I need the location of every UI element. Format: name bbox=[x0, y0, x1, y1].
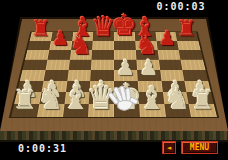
square-h6[interactable] bbox=[179, 50, 203, 60]
piece-red-p-g7[interactable]: ♟ bbox=[159, 29, 177, 49]
piece-red-r-h8[interactable]: ♜ bbox=[177, 18, 197, 40]
piece-cream-r-a1[interactable]: ♜ bbox=[13, 87, 37, 114]
hand-cursor bbox=[107, 82, 139, 114]
menu-button[interactable]: MENU bbox=[181, 141, 218, 154]
square-h7[interactable] bbox=[177, 41, 200, 50]
square-d6[interactable] bbox=[92, 50, 114, 60]
square-a7[interactable] bbox=[27, 41, 50, 50]
game-screen: 0:00:03 ♜♝♛♚♝♜♟♟♞♞♟♟♟♟♟♟♟♟♜♞♝♛♚♝♞♜ ◄ MEN… bbox=[0, 0, 228, 160]
piece-cream-n-g1[interactable]: ♞ bbox=[164, 84, 190, 114]
piece-cream-r-h1[interactable]: ♜ bbox=[191, 87, 215, 114]
square-h5[interactable] bbox=[181, 60, 206, 70]
piece-cream-n-b1[interactable]: ♞ bbox=[37, 84, 63, 114]
back-arrow-icon: ◄ bbox=[167, 144, 171, 152]
square-e7[interactable] bbox=[114, 41, 136, 50]
piece-cream-b-f1[interactable]: ♝ bbox=[138, 81, 167, 113]
red-clock: 0:00:03 bbox=[150, 1, 212, 12]
square-d7[interactable] bbox=[92, 41, 114, 50]
square-d5[interactable] bbox=[91, 60, 114, 70]
menu-button-label: MENU bbox=[190, 143, 209, 152]
piece-red-n-c6[interactable]: ♞ bbox=[70, 32, 93, 58]
piece-red-p-b7[interactable]: ♟ bbox=[52, 29, 70, 49]
square-g6[interactable] bbox=[157, 50, 180, 60]
square-b5[interactable] bbox=[45, 60, 69, 70]
back-arrow-button[interactable]: ◄ bbox=[162, 141, 176, 154]
square-a5[interactable] bbox=[23, 60, 48, 70]
cream-clock: 0:00:31 bbox=[12, 143, 73, 154]
square-c5[interactable] bbox=[68, 60, 91, 70]
square-g5[interactable] bbox=[158, 60, 182, 70]
piece-red-r-a8[interactable]: ♜ bbox=[31, 18, 51, 40]
square-b6[interactable] bbox=[47, 50, 70, 60]
square-a6[interactable] bbox=[25, 50, 49, 60]
